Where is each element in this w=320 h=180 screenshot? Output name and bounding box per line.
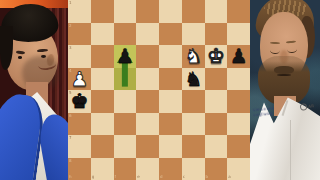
right-player-mouth [277,74,291,76]
black-pawn-f3[interactable]: ♟ [114,45,137,68]
player-photo-right: simonsen vogtwiig AR [250,0,320,180]
sponsor-circle-logo: AR [300,102,315,111]
sponsor-ring-icon [300,103,308,111]
sponsor-logo-abbrev: AR [308,103,315,109]
right-player-shirt-placket [290,120,291,180]
chess-board: 12345678hgfedcba ♟♞♚♟♞♟♚ [68,0,250,180]
video-frame: 12345678hgfedcba ♟♞♚♟♞♟♚ simonsen vogtwi… [0,0,320,180]
black-knight-c4[interactable]: ♞ [182,68,205,91]
black-king-h5[interactable]: ♚ [68,90,91,113]
piece-layer: ♟♞♚♟♞♟♚ [68,0,250,180]
white-knight-c3[interactable]: ♞ [182,45,205,68]
white-king-b3[interactable]: ♚ [205,45,228,68]
white-pawn-h4[interactable]: ♟ [68,68,91,91]
player-photo-left [0,0,68,180]
right-player-mustache [274,66,294,74]
left-player-eye [18,56,22,59]
black-pawn-a3[interactable]: ♟ [227,45,250,68]
